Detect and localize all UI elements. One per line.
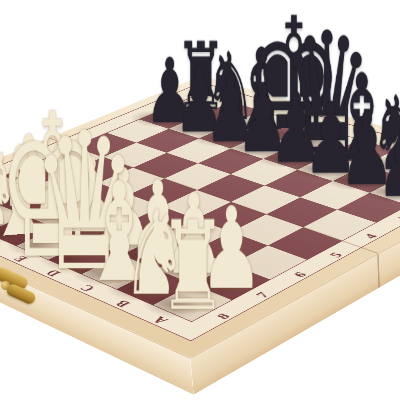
brass-clasp-knob <box>1 281 10 290</box>
box-side-fold-seam <box>377 254 380 288</box>
chess-set-photo: HGFEDCBA12345678 ♜♞♝♛♚♝♞♜♟♟♟♟♟♟♟♟♟♟♟♟♟♟♟… <box>0 0 400 400</box>
chess-board: HGFEDCBA12345678 ♜♞♝♛♚♝♞♜♟♟♟♟♟♟♟♟♟♟♟♟♟♟♟… <box>0 76 400 358</box>
